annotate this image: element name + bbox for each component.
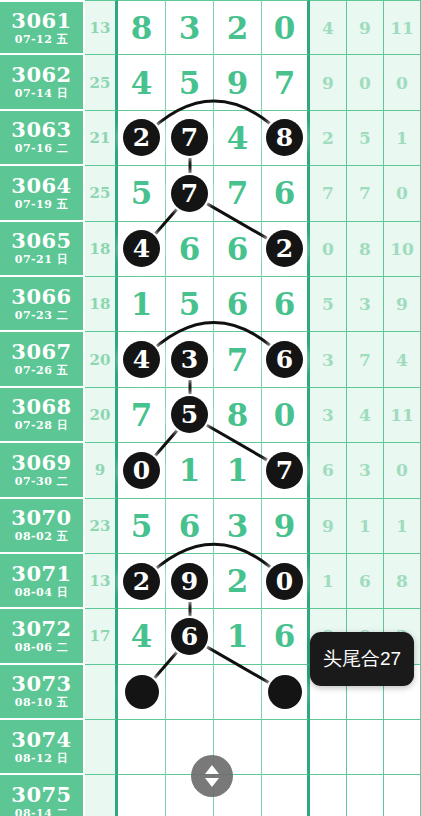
circled-digit[interactable]: 2 [266, 230, 303, 267]
stat-cell[interactable]: 3 [310, 388, 347, 443]
digit-cell[interactable]: 9 [262, 499, 310, 554]
chart-rows: 306107-12 五1383204911306207-14 日25459790… [0, 0, 421, 816]
digit-cell[interactable]: 5 [166, 55, 214, 110]
stat-cell[interactable] [310, 720, 347, 775]
black-dot[interactable] [125, 675, 159, 709]
lottery-trend-chart: 306107-12 五1383204911306207-14 日25459790… [0, 0, 421, 816]
digit-cell[interactable]: 6 [166, 609, 214, 664]
issue-date: 07-26 五 [15, 364, 69, 378]
sum-cell [85, 665, 118, 720]
sum-cell [85, 720, 118, 775]
stat-cell[interactable]: 5 [310, 277, 347, 332]
digit-cell[interactable]: 9 [214, 55, 262, 110]
issue-number: 3072 [11, 617, 71, 641]
issue-cell: 306307-16 二 [0, 111, 85, 166]
issue-date: 08-04 日 [15, 586, 69, 600]
digit-cell[interactable]: 3 [166, 332, 214, 387]
issue-number: 3061 [11, 9, 71, 33]
circled-digit[interactable]: 6 [266, 341, 303, 378]
sum-cell: 13 [85, 554, 118, 609]
stat-cell[interactable] [347, 720, 384, 775]
stat-cell[interactable]: 4 [384, 332, 421, 387]
digit-cell[interactable]: 2 [262, 222, 310, 277]
digit-cell[interactable]: 7 [166, 111, 214, 166]
sum-cell: 17 [85, 609, 118, 664]
digit-cell[interactable]: 2 [118, 554, 166, 609]
circled-digit[interactable]: 2 [123, 119, 160, 156]
digit-cell[interactable]: 7 [214, 166, 262, 221]
stat-cell[interactable]: 2 [310, 111, 347, 166]
issue-number: 3070 [11, 506, 71, 530]
issue-number: 3069 [11, 451, 71, 475]
stat-cell[interactable]: 0 [384, 55, 421, 110]
digit-cell[interactable]: 2 [214, 554, 262, 609]
issue-date: 07-30 二 [15, 475, 69, 489]
digit-cell[interactable]: 7 [214, 332, 262, 387]
scroll-toggle-button[interactable] [191, 755, 233, 797]
circled-digit[interactable]: 7 [171, 175, 208, 212]
digit-cell[interactable]: 2 [214, 0, 262, 55]
digit-cell[interactable]: 6 [214, 277, 262, 332]
stat-cell[interactable]: 9 [384, 277, 421, 332]
digit-cell[interactable] [118, 720, 166, 775]
sum-cell: 9 [85, 443, 118, 498]
digit-cell[interactable]: 4 [118, 222, 166, 277]
issue-cell: 307408-12 日 [0, 720, 85, 775]
issue-date: 07-12 五 [15, 33, 69, 47]
issue-date: 07-21 日 [15, 253, 69, 267]
digit-cell[interactable]: 6 [262, 332, 310, 387]
stat-cell[interactable]: 3 [347, 277, 384, 332]
digit-cell[interactable]: 1 [118, 277, 166, 332]
stat-cell[interactable]: 0 [384, 443, 421, 498]
stat-cell[interactable]: 3 [347, 443, 384, 498]
sum-cell: 18 [85, 277, 118, 332]
stat-cell[interactable]: 0 [310, 222, 347, 277]
circled-digit[interactable]: 2 [123, 563, 160, 600]
sum-cell: 20 [85, 388, 118, 443]
stat-cell[interactable]: 3 [310, 332, 347, 387]
stat-cell[interactable]: 4 [310, 0, 347, 55]
stat-cell[interactable] [347, 775, 384, 816]
digit-cell[interactable]: 1 [214, 609, 262, 664]
issue-number: 3073 [11, 672, 71, 696]
issue-cell: 307008-02 五 [0, 499, 85, 554]
circled-digit[interactable]: 5 [171, 396, 208, 433]
tooltip: 头尾合27 [310, 632, 414, 686]
issue-cell: 306707-26 五 [0, 332, 85, 387]
sum-cell: 21 [85, 111, 118, 166]
sum-cell: 20 [85, 332, 118, 387]
chart-row: 306307-16 二212748251 [0, 111, 421, 166]
stat-cell[interactable]: 7 [347, 332, 384, 387]
stat-cell[interactable]: 6 [310, 443, 347, 498]
digit-cell[interactable] [262, 775, 310, 816]
digit-cell[interactable]: 4 [118, 332, 166, 387]
issue-date: 08-10 五 [15, 696, 69, 710]
digit-cell[interactable]: 5 [166, 277, 214, 332]
chart-row: 306807-28 日2075803411 [0, 388, 421, 443]
digit-cell[interactable] [214, 665, 262, 720]
stat-cell[interactable] [310, 775, 347, 816]
digit-cell[interactable]: 8 [262, 111, 310, 166]
digit-cell[interactable]: 7 [262, 55, 310, 110]
sum-cell: 25 [85, 55, 118, 110]
issue-cell: 307308-10 五 [0, 665, 85, 720]
triangle-down-icon [205, 778, 219, 787]
stat-cell[interactable]: 8 [384, 554, 421, 609]
issue-cell: 306507-21 日 [0, 222, 85, 277]
stat-cell[interactable]: 9 [310, 55, 347, 110]
issue-date: 07-28 日 [15, 419, 69, 433]
issue-cell: 306207-14 日 [0, 55, 85, 110]
digit-cell[interactable] [118, 665, 166, 720]
digit-cell[interactable]: 0 [262, 388, 310, 443]
sum-cell: 25 [85, 166, 118, 221]
digit-cell[interactable]: 6 [262, 609, 310, 664]
issue-cell: 306407-19 五 [0, 166, 85, 221]
stat-cell[interactable]: 11 [384, 388, 421, 443]
digit-cell[interactable]: 6 [262, 277, 310, 332]
issue-number: 3063 [11, 118, 71, 142]
stat-cell[interactable]: 9 [347, 0, 384, 55]
circled-digit[interactable]: 0 [123, 452, 160, 489]
issue-date: 07-16 二 [15, 142, 69, 156]
black-dot[interactable] [268, 675, 302, 709]
digit-cell[interactable]: 6 [166, 222, 214, 277]
digit-cell[interactable]: 0 [118, 443, 166, 498]
issue-number: 3067 [11, 340, 71, 364]
digit-cell[interactable]: 4 [214, 111, 262, 166]
chart-row: 306407-19 五255776770 [0, 166, 421, 221]
digit-cell[interactable]: 4 [118, 609, 166, 664]
issue-number: 3066 [11, 285, 71, 309]
chart-row: 306907-30 二90117630 [0, 443, 421, 498]
sum-cell [85, 775, 118, 816]
chart-row: 307108-04 日132920168 [0, 554, 421, 609]
digit-cell[interactable]: 1 [214, 443, 262, 498]
stat-cell[interactable]: 5 [347, 111, 384, 166]
trend-chart-board: 306107-12 五1383204911306207-14 日25459790… [0, 0, 421, 816]
digit-cell[interactable]: 1 [166, 443, 214, 498]
chart-row: 306207-14 日254597900 [0, 55, 421, 110]
issue-number: 3075 [11, 783, 71, 807]
issue-cell: 306607-23 二 [0, 277, 85, 332]
digit-cell[interactable]: 6 [166, 499, 214, 554]
stat-cell[interactable]: 0 [384, 166, 421, 221]
circled-digit[interactable]: 4 [123, 230, 160, 267]
triangle-up-icon [205, 765, 219, 774]
circled-digit[interactable]: 3 [171, 341, 208, 378]
digit-cell[interactable]: 6 [262, 166, 310, 221]
stat-cell[interactable] [384, 775, 421, 816]
issue-date: 08-02 五 [15, 530, 69, 544]
tooltip-text: 头尾合27 [323, 646, 401, 672]
stat-cell[interactable]: 1 [384, 499, 421, 554]
chart-row: 306507-21 日1846620810 [0, 222, 421, 277]
stat-cell[interactable]: 11 [384, 0, 421, 55]
circled-digit[interactable]: 7 [171, 119, 208, 156]
issue-cell: 307108-04 日 [0, 554, 85, 609]
stat-cell[interactable]: 10 [384, 222, 421, 277]
digit-cell[interactable] [118, 775, 166, 816]
circled-digit[interactable]: 9 [171, 563, 208, 600]
chart-row: 306107-12 五1383204911 [0, 0, 421, 55]
circled-digit[interactable]: 0 [266, 563, 303, 600]
sum-cell: 13 [85, 0, 118, 55]
issue-number: 3065 [11, 229, 71, 253]
issue-date: 08-12 日 [15, 752, 69, 766]
chart-row: 307008-02 五235639911 [0, 499, 421, 554]
issue-number: 3064 [11, 174, 71, 198]
digit-cell[interactable] [262, 720, 310, 775]
issue-cell: 306807-28 日 [0, 388, 85, 443]
issue-number: 3068 [11, 395, 71, 419]
stat-cell[interactable]: 8 [347, 222, 384, 277]
digit-cell[interactable]: 6 [214, 222, 262, 277]
stat-cell[interactable]: 7 [347, 166, 384, 221]
stat-cell[interactable]: 1 [347, 499, 384, 554]
digit-cell[interactable]: 0 [262, 554, 310, 609]
issue-number: 3071 [11, 562, 71, 586]
stat-cell[interactable] [384, 720, 421, 775]
issue-date: 07-14 日 [15, 87, 69, 101]
digit-cell[interactable]: 5 [118, 166, 166, 221]
digit-cell[interactable]: 2 [118, 111, 166, 166]
digit-cell[interactable]: 8 [214, 388, 262, 443]
chart-row: 306607-23 二181566539 [0, 277, 421, 332]
sum-cell: 23 [85, 499, 118, 554]
digit-cell[interactable] [166, 665, 214, 720]
digit-cell[interactable]: 5 [166, 388, 214, 443]
digit-cell[interactable]: 4 [118, 55, 166, 110]
digit-cell[interactable]: 8 [118, 0, 166, 55]
issue-date: 08-14 二 [15, 807, 69, 816]
circled-digit[interactable]: 6 [171, 618, 208, 655]
stat-cell[interactable]: 4 [347, 388, 384, 443]
chart-row: 306707-26 五204376374 [0, 332, 421, 387]
digit-cell[interactable]: 3 [166, 0, 214, 55]
stat-cell[interactable]: 9 [310, 499, 347, 554]
issue-cell: 307508-14 二 [0, 775, 85, 816]
stat-cell[interactable]: 1 [310, 554, 347, 609]
digit-cell[interactable]: 5 [118, 499, 166, 554]
stat-cell[interactable]: 6 [347, 554, 384, 609]
digit-cell[interactable] [262, 665, 310, 720]
digit-cell[interactable]: 3 [214, 499, 262, 554]
issue-number: 3074 [11, 728, 71, 752]
issue-cell: 306107-12 五 [0, 0, 85, 55]
digit-cell[interactable]: 7 [118, 388, 166, 443]
stat-cell[interactable]: 7 [310, 166, 347, 221]
issue-cell: 307208-06 二 [0, 609, 85, 664]
digit-cell[interactable]: 0 [262, 0, 310, 55]
digit-cell[interactable]: 7 [262, 443, 310, 498]
issue-cell: 306907-30 二 [0, 443, 85, 498]
issue-date: 08-06 二 [15, 641, 69, 655]
digit-cell[interactable]: 7 [166, 166, 214, 221]
stat-cell[interactable]: 1 [384, 111, 421, 166]
issue-number: 3062 [11, 63, 71, 87]
issue-date: 07-19 五 [15, 198, 69, 212]
sum-cell: 18 [85, 222, 118, 277]
circled-digit[interactable]: 8 [266, 119, 303, 156]
digit-cell[interactable]: 9 [166, 554, 214, 609]
issue-date: 07-23 二 [15, 309, 69, 323]
circled-digit[interactable]: 4 [123, 341, 160, 378]
circled-digit[interactable]: 7 [266, 452, 303, 489]
stat-cell[interactable]: 0 [347, 55, 384, 110]
